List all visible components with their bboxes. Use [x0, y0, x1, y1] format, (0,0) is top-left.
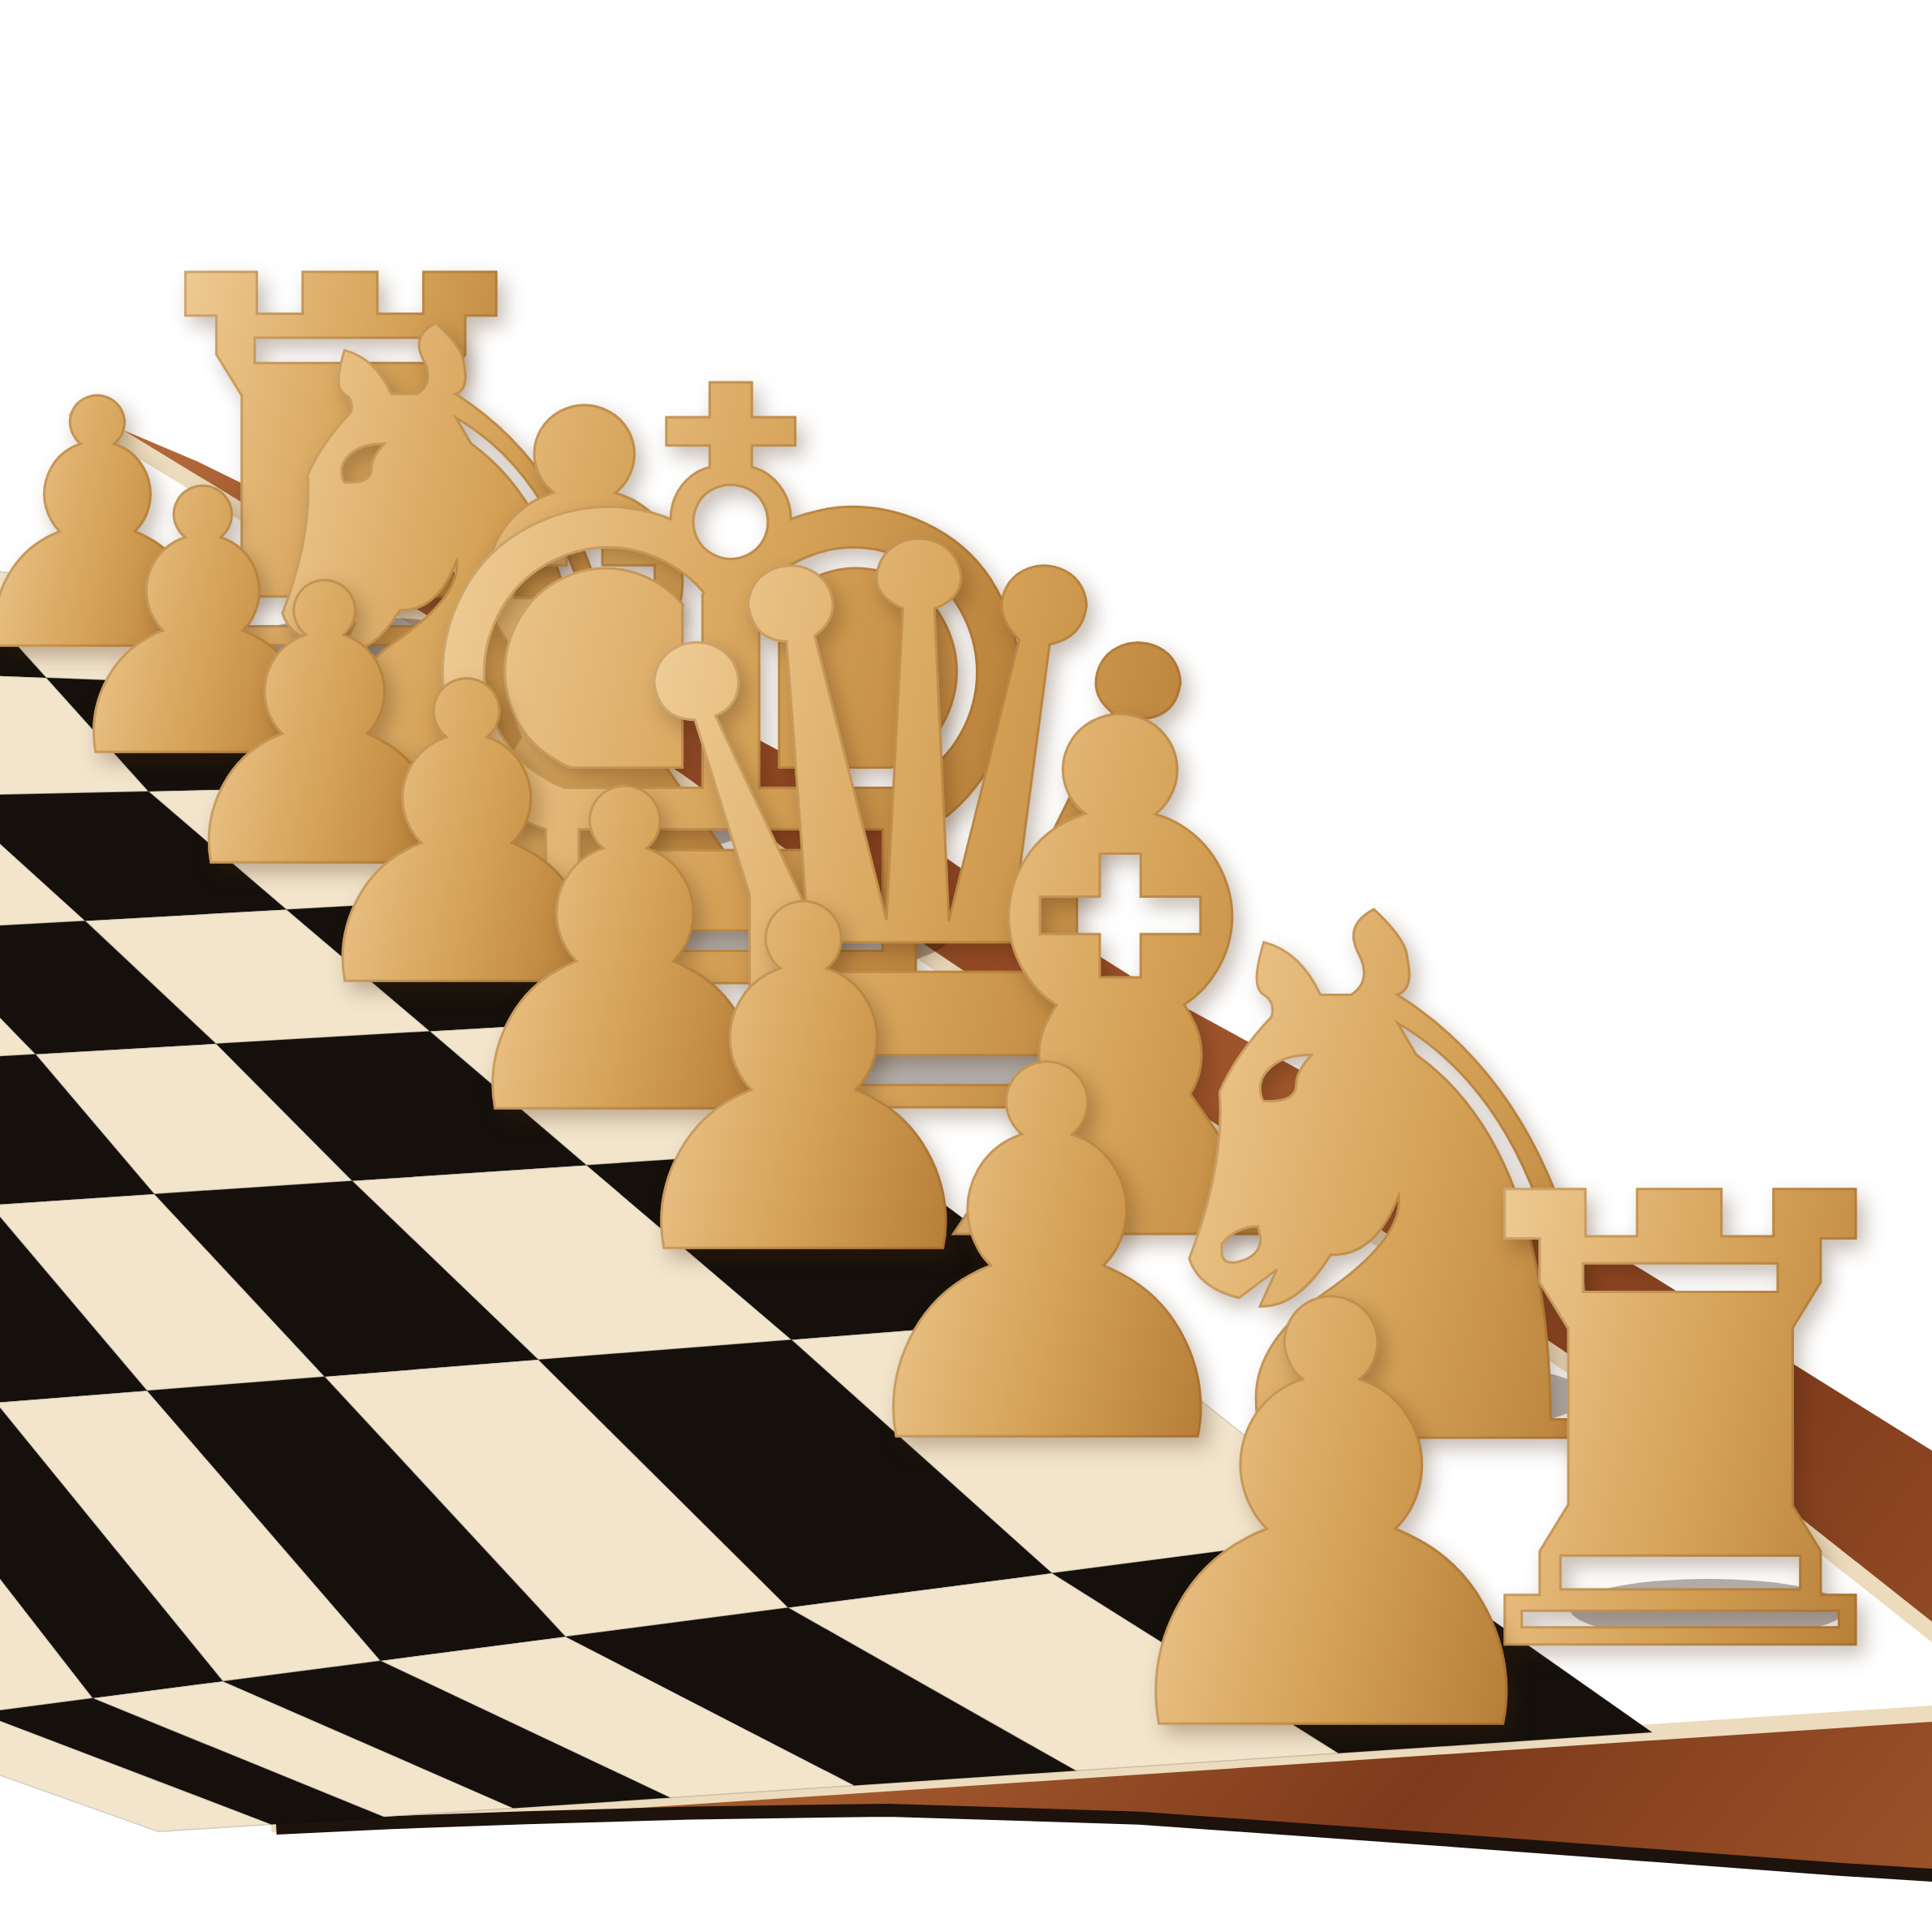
piece-a2-white-pawn[interactable]: ♟	[1069, 1228, 1593, 1813]
chess-set-photo: ♟♜♞♟♝♟♚♟♛♟♝♟♞♟♜♟	[0, 0, 1932, 1932]
